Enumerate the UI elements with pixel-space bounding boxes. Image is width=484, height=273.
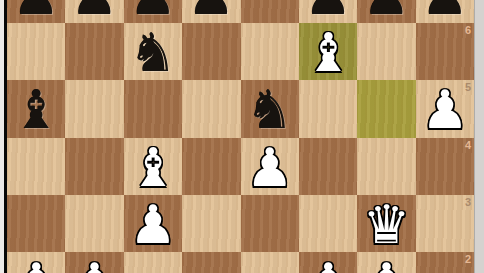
square-c4[interactable]: ♝ — [124, 138, 182, 195]
square-b6[interactable] — [65, 23, 123, 80]
square-c3[interactable]: ♟ — [124, 195, 182, 252]
square-b7[interactable]: ♟ — [65, 0, 123, 23]
square-a6[interactable] — [7, 23, 65, 80]
piece-black-pawn-h7[interactable]: ♟ — [421, 0, 469, 22]
rank-label-5: 5 — [465, 82, 471, 93]
square-h6[interactable]: 6 — [416, 23, 474, 80]
piece-black-pawn-c7[interactable]: ♟ — [129, 0, 177, 22]
piece-white-pawn-e4[interactable]: ♟ — [246, 141, 294, 194]
square-f7[interactable]: ♟ — [299, 0, 357, 23]
square-a4[interactable] — [7, 138, 65, 195]
square-b2[interactable]: ♟ — [65, 252, 123, 273]
piece-white-bishop-f6[interactable]: ♝ — [304, 26, 352, 79]
square-e4[interactable]: ♟ — [241, 138, 299, 195]
square-d5[interactable] — [182, 80, 240, 137]
square-e5[interactable]: ♞ — [241, 80, 299, 137]
square-e6[interactable] — [241, 23, 299, 80]
square-f2[interactable]: ♟ — [299, 252, 357, 273]
square-c5[interactable] — [124, 80, 182, 137]
piece-black-pawn-g7[interactable]: ♟ — [363, 0, 411, 22]
square-e2[interactable] — [241, 252, 299, 273]
square-g5-lastmove-highlight[interactable] — [357, 80, 415, 137]
chess-screenshot-root: ♟♟♟♟♟♟♟♞♝6♝♞♟5♝♟4♟♛3♟♟♟♟2 — [0, 0, 484, 273]
piece-white-queen-g3[interactable]: ♛ — [363, 198, 411, 251]
piece-black-pawn-a7[interactable]: ♟ — [12, 0, 60, 22]
square-d3[interactable] — [182, 195, 240, 252]
square-c2[interactable] — [124, 252, 182, 273]
square-c7[interactable]: ♟ — [124, 0, 182, 23]
square-e7[interactable] — [241, 0, 299, 23]
piece-black-pawn-d7[interactable]: ♟ — [188, 0, 236, 22]
rank-label-6: 6 — [465, 25, 471, 36]
piece-black-knight-e5[interactable]: ♞ — [246, 83, 294, 136]
piece-white-pawn-b2[interactable]: ♟ — [71, 256, 119, 273]
square-a3[interactable] — [7, 195, 65, 252]
piece-white-pawn-a2[interactable]: ♟ — [12, 256, 60, 273]
piece-black-knight-c6[interactable]: ♞ — [129, 26, 177, 79]
square-d4[interactable] — [182, 138, 240, 195]
piece-white-pawn-f2[interactable]: ♟ — [304, 256, 352, 273]
square-b5[interactable] — [65, 80, 123, 137]
piece-white-bishop-c4[interactable]: ♝ — [129, 141, 177, 194]
square-g7[interactable]: ♟ — [357, 0, 415, 23]
square-h2[interactable]: 2 — [416, 252, 474, 273]
square-a5[interactable]: ♝ — [7, 80, 65, 137]
piece-white-pawn-g2[interactable]: ♟ — [363, 256, 411, 273]
square-g6[interactable] — [357, 23, 415, 80]
square-f5[interactable] — [299, 80, 357, 137]
square-h7[interactable]: ♟ — [416, 0, 474, 23]
rank-label-4: 4 — [465, 140, 471, 151]
right-page-background — [474, 0, 484, 273]
chess-board[interactable]: ♟♟♟♟♟♟♟♞♝6♝♞♟5♝♟4♟♛3♟♟♟♟2 — [7, 0, 474, 273]
piece-black-pawn-b7[interactable]: ♟ — [71, 0, 119, 22]
square-f4[interactable] — [299, 138, 357, 195]
square-b4[interactable] — [65, 138, 123, 195]
square-h3[interactable]: 3 — [416, 195, 474, 252]
square-a7[interactable]: ♟ — [7, 0, 65, 23]
piece-white-pawn-h5[interactable]: ♟ — [421, 83, 469, 136]
square-a2[interactable]: ♟ — [7, 252, 65, 273]
piece-white-pawn-c3[interactable]: ♟ — [129, 198, 177, 251]
square-d6[interactable] — [182, 23, 240, 80]
square-d7[interactable]: ♟ — [182, 0, 240, 23]
square-g2[interactable]: ♟ — [357, 252, 415, 273]
square-b3[interactable] — [65, 195, 123, 252]
square-h4[interactable]: 4 — [416, 138, 474, 195]
piece-black-bishop-a5[interactable]: ♝ — [12, 83, 60, 136]
square-g4[interactable] — [357, 138, 415, 195]
square-d2[interactable] — [182, 252, 240, 273]
square-g3[interactable]: ♛ — [357, 195, 415, 252]
rank-label-2: 2 — [465, 254, 471, 265]
piece-black-pawn-f7[interactable]: ♟ — [304, 0, 352, 22]
left-black-border — [4, 0, 7, 273]
square-f3[interactable] — [299, 195, 357, 252]
rank-label-3: 3 — [465, 197, 471, 208]
square-f6-lastmove-highlight[interactable]: ♝ — [299, 23, 357, 80]
square-h5[interactable]: ♟5 — [416, 80, 474, 137]
square-c6[interactable]: ♞ — [124, 23, 182, 80]
square-e3[interactable] — [241, 195, 299, 252]
